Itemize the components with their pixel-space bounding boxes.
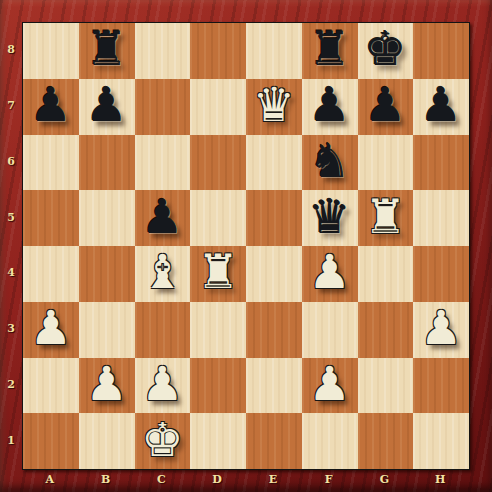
piece-black-rook[interactable]: ♜ [86,25,128,72]
square-d7[interactable] [190,79,246,135]
file-label-f: F [301,468,357,490]
square-e6[interactable] [246,135,302,191]
square-h2[interactable] [413,358,469,414]
square-b4[interactable] [79,246,135,302]
square-h7[interactable]: ♟ [413,79,469,135]
square-d6[interactable] [190,135,246,191]
piece-black-pawn[interactable]: ♟ [420,81,462,128]
square-f6[interactable]: ♞ [302,135,358,191]
rank-label-2: 2 [0,357,22,413]
square-b6[interactable] [79,135,135,191]
rank-label-7: 7 [0,78,22,134]
file-labels: ABCDEFGH [22,468,468,490]
piece-white-king[interactable]: ♚ [141,416,183,463]
square-e1[interactable] [246,413,302,469]
square-g4[interactable] [358,246,414,302]
square-g1[interactable] [358,413,414,469]
square-a4[interactable] [23,246,79,302]
file-label-h: H [412,468,468,490]
rank-label-3: 3 [0,301,22,357]
piece-white-pawn[interactable]: ♟ [141,360,183,407]
square-h1[interactable] [413,413,469,469]
piece-black-knight[interactable]: ♞ [309,137,351,184]
file-label-g: G [357,468,413,490]
square-h3[interactable]: ♟ [413,302,469,358]
square-b8[interactable]: ♜ [79,23,135,79]
file-label-d: D [189,468,245,490]
square-h8[interactable] [413,23,469,79]
rank-label-4: 4 [0,245,22,301]
square-d4[interactable]: ♜ [190,246,246,302]
square-g7[interactable]: ♟ [358,79,414,135]
square-c1[interactable]: ♚ [135,413,191,469]
rank-label-6: 6 [0,134,22,190]
square-e4[interactable] [246,246,302,302]
piece-white-pawn[interactable]: ♟ [309,360,351,407]
piece-black-pawn[interactable]: ♟ [309,81,351,128]
piece-black-pawn[interactable]: ♟ [86,81,128,128]
board-frame: ♜♜♚♟♟♛♟♟♟♞♟♛♜♝♜♟♟♟♟♟♟♚ 87654321 ABCDEFGH [0,0,492,492]
rank-label-1: 1 [0,412,22,468]
square-b5[interactable] [79,190,135,246]
square-b7[interactable]: ♟ [79,79,135,135]
square-c8[interactable] [135,23,191,79]
rank-labels: 87654321 [0,22,22,468]
square-f1[interactable] [302,413,358,469]
piece-white-bishop[interactable]: ♝ [141,248,183,295]
piece-black-pawn[interactable]: ♟ [141,193,183,240]
square-h6[interactable] [413,135,469,191]
piece-black-king[interactable]: ♚ [364,25,406,72]
file-label-b: B [78,468,134,490]
square-f4[interactable]: ♟ [302,246,358,302]
rank-label-5: 5 [0,189,22,245]
square-c5[interactable]: ♟ [135,190,191,246]
square-b3[interactable] [79,302,135,358]
chess-board: ♜♜♚♟♟♛♟♟♟♞♟♛♜♝♜♟♟♟♟♟♟♚ [22,22,470,470]
piece-white-queen[interactable]: ♛ [253,81,295,128]
square-c2[interactable]: ♟ [135,358,191,414]
square-d3[interactable] [190,302,246,358]
piece-white-rook[interactable]: ♜ [364,193,406,240]
square-g2[interactable] [358,358,414,414]
square-g5[interactable]: ♜ [358,190,414,246]
rank-label-8: 8 [0,22,22,78]
square-g6[interactable] [358,135,414,191]
square-a1[interactable] [23,413,79,469]
square-f3[interactable] [302,302,358,358]
piece-white-pawn[interactable]: ♟ [420,304,462,351]
piece-white-pawn[interactable]: ♟ [30,304,72,351]
square-f2[interactable]: ♟ [302,358,358,414]
square-a3[interactable]: ♟ [23,302,79,358]
piece-white-rook[interactable]: ♜ [197,248,239,295]
piece-black-queen[interactable]: ♛ [309,193,351,240]
square-e8[interactable] [246,23,302,79]
square-a2[interactable] [23,358,79,414]
square-a7[interactable]: ♟ [23,79,79,135]
square-f8[interactable]: ♜ [302,23,358,79]
square-f7[interactable]: ♟ [302,79,358,135]
square-d1[interactable] [190,413,246,469]
square-c7[interactable] [135,79,191,135]
file-label-e: E [245,468,301,490]
square-e3[interactable] [246,302,302,358]
file-label-c: C [134,468,190,490]
square-b1[interactable] [79,413,135,469]
square-b2[interactable]: ♟ [79,358,135,414]
square-e2[interactable] [246,358,302,414]
square-c4[interactable]: ♝ [135,246,191,302]
square-e5[interactable] [246,190,302,246]
square-a8[interactable] [23,23,79,79]
piece-white-pawn[interactable]: ♟ [309,248,351,295]
square-d5[interactable] [190,190,246,246]
square-d8[interactable] [190,23,246,79]
piece-black-pawn[interactable]: ♟ [364,81,406,128]
file-label-a: A [22,468,78,490]
piece-black-rook[interactable]: ♜ [309,25,351,72]
square-g8[interactable]: ♚ [358,23,414,79]
square-c3[interactable] [135,302,191,358]
square-e7[interactable]: ♛ [246,79,302,135]
piece-black-pawn[interactable]: ♟ [30,81,72,128]
square-h5[interactable] [413,190,469,246]
square-h4[interactable] [413,246,469,302]
square-f5[interactable]: ♛ [302,190,358,246]
square-c6[interactable] [135,135,191,191]
square-a6[interactable] [23,135,79,191]
square-a5[interactable] [23,190,79,246]
square-d2[interactable] [190,358,246,414]
piece-white-pawn[interactable]: ♟ [86,360,128,407]
square-g3[interactable] [358,302,414,358]
